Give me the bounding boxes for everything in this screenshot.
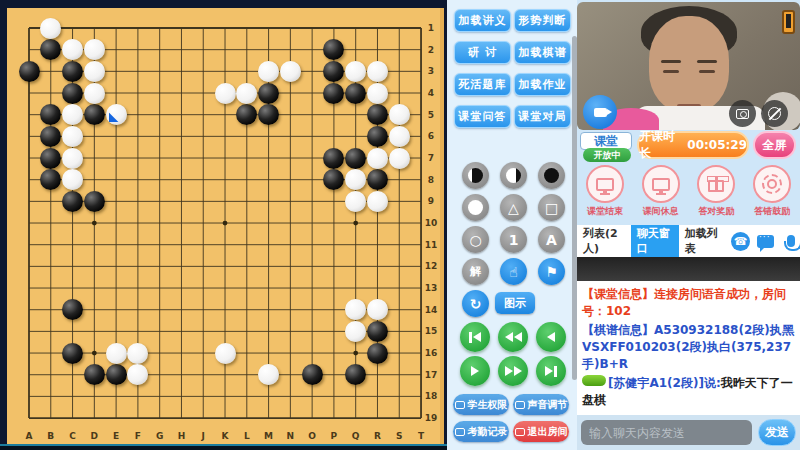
stone-black-O17 <box>302 364 323 385</box>
class-timer: 开课时长 00:05:29 <box>637 131 749 159</box>
col-label-M: M <box>264 431 273 441</box>
phone-icon: ☎ <box>731 232 750 251</box>
col-label-P: P <box>331 431 338 441</box>
stone-black-C3 <box>62 61 83 82</box>
stone-white-S6 <box>389 126 410 147</box>
row-label-7: 7 <box>428 153 434 163</box>
stone-white-C6 <box>62 126 83 147</box>
col-label-R: R <box>374 431 381 441</box>
stone-white-icon[interactable] <box>462 194 489 221</box>
stone-white-Q15 <box>345 321 366 342</box>
stone-white-D2 <box>84 39 105 60</box>
stone-white-E16 <box>106 343 127 364</box>
stone-black-B7 <box>40 148 61 169</box>
col-label-K: K <box>222 431 229 441</box>
stone-white-K16 <box>215 343 236 364</box>
row-label-14: 14 <box>425 305 438 315</box>
col-label-T: T <box>418 431 424 441</box>
teaching-control-panel: 加载讲义形势判断研 讨加载棋谱死活题库加载作业课堂问答课堂对局 △□○1A解☝⚑… <box>447 0 577 450</box>
class-badge: 课堂 开放中 <box>580 132 634 164</box>
hand-pointer-icon[interactable]: ☝ <box>500 258 527 285</box>
number-marker-icon[interactable]: 1 <box>500 226 527 253</box>
send-button[interactable]: 发送 <box>758 419 796 446</box>
stone-white-N3 <box>280 61 301 82</box>
reward-buttons-row: 课堂结束课间休息答对奖励答错鼓励 <box>577 163 800 225</box>
monitor-pause-icon <box>652 178 670 191</box>
diagram-button[interactable]: 图示 <box>495 292 535 314</box>
col-label-S: S <box>396 431 402 441</box>
row-label-8: 8 <box>428 175 434 185</box>
playback-back-button[interactable] <box>536 322 566 352</box>
stone-black-white-icon[interactable] <box>462 162 489 189</box>
stone-black-icon[interactable] <box>538 162 565 189</box>
stone-white-S5 <box>389 104 410 125</box>
col-label-Q: Q <box>352 431 360 441</box>
row-label-9: 9 <box>428 196 434 206</box>
stone-white-Q9 <box>345 191 366 212</box>
row-label-19: 19 <box>425 413 438 423</box>
button-退出房间[interactable]: 退出房间 <box>513 421 569 442</box>
medal-icon <box>762 174 782 194</box>
tab-聊天窗口[interactable]: 聊天窗口 <box>631 225 679 257</box>
chat-messages[interactable]: 【课堂信息】连接房间语音成功，房间号：102【棋谱信息】A530932188(2… <box>577 281 800 415</box>
stone-white-M3 <box>258 61 279 82</box>
playback-play-button[interactable] <box>460 356 490 386</box>
col-label-E: E <box>113 431 119 441</box>
classroom-panel: 课堂 开放中 开课时长 00:05:29 全屏 课堂结束课间休息答对奖励答错鼓励… <box>577 0 800 450</box>
playback-rewind-button[interactable] <box>498 322 528 352</box>
stone-black-R15 <box>367 321 388 342</box>
col-label-L: L <box>244 431 250 441</box>
button-加载作业[interactable]: 加载作业 <box>514 73 571 96</box>
video-camera-button[interactable] <box>583 95 617 129</box>
stone-white-R4 <box>367 83 388 104</box>
stone-white-L4 <box>236 83 257 104</box>
button-死活题库[interactable]: 死活题库 <box>454 73 511 96</box>
button-形势判断[interactable]: 形势判断 <box>514 9 571 32</box>
playback-first-button[interactable] <box>460 322 490 352</box>
gift-icon <box>708 180 724 192</box>
row-label-13: 13 <box>425 283 438 293</box>
row-label-6: 6 <box>428 131 434 141</box>
stone-black-R6 <box>367 126 388 147</box>
stone-black-Q4 <box>345 83 366 104</box>
button-课堂对局[interactable]: 课堂对局 <box>514 105 571 128</box>
button-学生权限[interactable]: 学生权限 <box>453 394 509 415</box>
tab-列表(2人)[interactable]: 列表(2人) <box>577 225 631 257</box>
stone-black-D17 <box>84 364 105 385</box>
microphone-icon <box>787 235 795 247</box>
fullscreen-button[interactable]: 全屏 <box>753 131 796 159</box>
row-label-17: 17 <box>425 370 438 380</box>
reward-答对奖励[interactable]: 答对奖励 <box>690 163 742 225</box>
col-label-O: O <box>308 431 316 441</box>
stone-white-R3 <box>367 61 388 82</box>
chat-toggle-button[interactable] <box>756 232 775 251</box>
row-label-4: 4 <box>428 88 434 98</box>
mic-muted-icon <box>768 107 781 120</box>
stone-black-P7 <box>323 148 344 169</box>
stone-black-D9 <box>84 191 105 212</box>
member-badge <box>582 375 606 386</box>
reward-课堂结束[interactable]: 课堂结束 <box>579 163 631 225</box>
col-label-H: H <box>178 431 186 441</box>
solve-icon[interactable]: 解 <box>462 258 489 285</box>
col-label-D: D <box>91 431 98 441</box>
col-label-N: N <box>287 431 295 441</box>
triangle-marker-icon[interactable]: △ <box>500 194 527 221</box>
playback-last-button[interactable] <box>536 356 566 386</box>
stone-black-C9 <box>62 191 83 212</box>
button-考勤记录[interactable]: 考勤记录 <box>453 421 509 442</box>
row-label-18: 18 <box>425 391 438 401</box>
stone-black-E17 <box>106 364 127 385</box>
tab-加载列表[interactable]: 加载列表 <box>679 225 727 257</box>
col-label-F: F <box>135 431 141 441</box>
row-label-16: 16 <box>425 348 438 358</box>
col-label-J: J <box>202 431 205 441</box>
stone-black-D5 <box>84 104 105 125</box>
stone-white-C7 <box>62 148 83 169</box>
stone-white-F16 <box>127 343 148 364</box>
monitor-icon <box>596 178 614 191</box>
button-声音调节[interactable]: 声音调节 <box>513 394 569 415</box>
letter-marker-icon[interactable]: A <box>538 226 565 253</box>
battery-icon <box>782 10 795 34</box>
stone-black-M4 <box>258 83 279 104</box>
row-label-15: 15 <box>425 326 438 336</box>
row-label-2: 2 <box>428 45 434 55</box>
camcorder-icon <box>594 108 607 117</box>
stone-black-R5 <box>367 104 388 125</box>
playback-forward-button[interactable] <box>498 356 528 386</box>
app-window: 12345678910111213141516171819ABCDEFGHJKL… <box>0 0 800 450</box>
square-marker-icon[interactable]: □ <box>538 194 565 221</box>
col-label-G: G <box>156 431 163 441</box>
board-bottom-strip <box>0 444 447 450</box>
timer-value: 00:05:29 <box>687 138 747 152</box>
chat-message: 【棋谱信息】A530932188(2段)执黑VSXFF010203(2段)执白(… <box>582 322 796 373</box>
circle-marker-icon[interactable]: ○ <box>462 226 489 253</box>
chat-input[interactable] <box>581 420 752 445</box>
stone-white-B1 <box>40 18 61 39</box>
class-badge-text: 课堂 <box>594 134 618 148</box>
voice-call-button[interactable]: ☎ <box>731 232 750 251</box>
timer-label: 开课时长 <box>639 128 683 162</box>
stone-black-R16 <box>367 343 388 364</box>
panel-divider <box>577 257 800 281</box>
stone-white-black-icon[interactable] <box>500 162 527 189</box>
button-课堂问答[interactable]: 课堂问答 <box>454 105 511 128</box>
stone-black-B6 <box>40 126 61 147</box>
button-加载讲义[interactable]: 加载讲义 <box>454 9 511 32</box>
stone-white-D4 <box>84 83 105 104</box>
mic-mute-button[interactable] <box>761 100 788 127</box>
reward-答错鼓励[interactable]: 答错鼓励 <box>746 163 798 225</box>
chat-message: [苏健宇A1(2段)]说:我昨天下了一盘棋 <box>582 375 796 409</box>
stone-black-R8 <box>367 169 388 190</box>
stone-black-A3 <box>19 61 40 82</box>
button-加载棋谱[interactable]: 加载棋谱 <box>514 41 571 64</box>
stone-white-Q3 <box>345 61 366 82</box>
class-open-state: 开放中 <box>583 148 631 162</box>
refresh-icon[interactable]: ↻ <box>462 290 489 317</box>
row-label-12: 12 <box>425 261 438 271</box>
row-label-1: 1 <box>428 23 434 33</box>
row-label-11: 11 <box>425 240 438 250</box>
chat-input-row: 发送 <box>577 415 800 450</box>
stone-black-P4 <box>323 83 344 104</box>
photo-camera-icon <box>736 109 749 119</box>
stone-white-D3 <box>84 61 105 82</box>
col-label-A: A <box>26 431 33 441</box>
col-label-B: B <box>47 431 54 441</box>
stone-white-R7 <box>367 148 388 169</box>
row-label-5: 5 <box>428 110 434 120</box>
chat-bubble-icon <box>757 235 774 248</box>
stone-white-E5 <box>106 104 127 125</box>
col-label-C: C <box>69 431 76 441</box>
flag-marker-icon[interactable]: ⚑ <box>538 258 565 285</box>
stone-white-R9 <box>367 191 388 212</box>
row-label-3: 3 <box>428 66 434 76</box>
last-move-marker <box>109 112 119 122</box>
snapshot-button[interactable] <box>729 100 756 127</box>
stone-black-C4 <box>62 83 83 104</box>
teacher-video <box>577 2 800 130</box>
stone-white-S7 <box>389 148 410 169</box>
stone-black-C16 <box>62 343 83 364</box>
stone-black-Q7 <box>345 148 366 169</box>
chat-message: 【课堂信息】连接房间语音成功，房间号：102 <box>582 286 796 320</box>
go-board[interactable]: 12345678910111213141516171819ABCDEFGHJKL… <box>7 8 444 444</box>
row-label-10: 10 <box>425 218 438 228</box>
button-研讨[interactable]: 研 讨 <box>454 41 511 64</box>
reward-课间休息[interactable]: 课间休息 <box>635 163 687 225</box>
stone-white-K4 <box>215 83 236 104</box>
tab-bar: 列表(2人)聊天窗口加载列表 ☎ <box>577 225 800 257</box>
mic-button[interactable] <box>781 232 800 251</box>
